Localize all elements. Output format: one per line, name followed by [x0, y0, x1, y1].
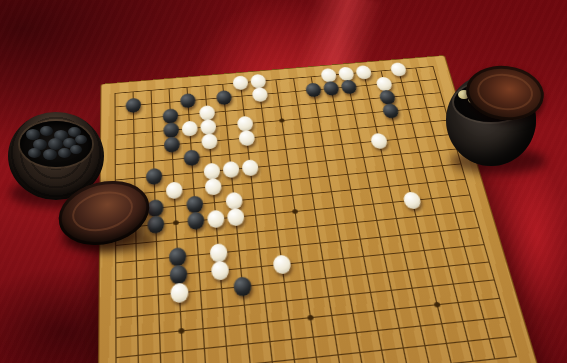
black-stone [186, 211, 204, 230]
white-stone [203, 162, 220, 180]
black-stone [169, 264, 187, 285]
black-stone [125, 97, 140, 113]
black-stone-in-bowl [75, 135, 87, 144]
black-stone-in-bowl [40, 126, 53, 136]
white-stone [209, 243, 228, 263]
black-stone [179, 93, 195, 109]
white-stone [232, 75, 248, 90]
black-stone [163, 136, 179, 153]
black-stone [215, 90, 231, 106]
white-stone [198, 105, 214, 121]
white-stone [210, 260, 229, 281]
white-stone [222, 160, 240, 178]
black-stone [186, 195, 204, 214]
white-stone [201, 133, 218, 150]
white-stone [181, 120, 197, 136]
white-stone [165, 181, 182, 199]
black-stone-bowl-opening [20, 121, 92, 167]
black-stone-in-bowl [28, 148, 41, 158]
black-stone [163, 122, 179, 138]
black-stone-in-bowl [43, 149, 57, 160]
white-stone [199, 118, 216, 134]
black-stone [145, 167, 162, 185]
black-stone [162, 108, 178, 124]
black-stone [183, 149, 200, 166]
black-stone [147, 215, 164, 234]
white-stone [206, 209, 224, 228]
black-stone [168, 246, 186, 266]
white-stone [204, 177, 222, 195]
black-stone-in-bowl [70, 145, 82, 154]
white-stone [170, 282, 189, 303]
